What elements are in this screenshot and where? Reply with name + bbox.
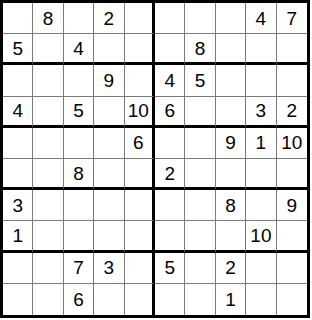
cell-r1c9[interactable]: 4 [246,3,276,34]
cell-r2c2[interactable] [33,34,63,65]
cell-r10c2[interactable] [33,284,63,315]
cell-r2c9[interactable] [246,34,276,65]
cell-r10c1[interactable] [3,284,33,315]
cell-r4c7[interactable] [185,97,215,128]
cell-r10c3[interactable]: 6 [64,284,94,315]
cell-r10c6[interactable] [155,284,185,315]
cell-r8c3[interactable] [64,221,94,252]
cell-r9c7[interactable] [185,253,215,284]
cell-r5c6[interactable] [155,128,185,159]
cell-r4c6[interactable]: 6 [155,97,185,128]
cell-r7c9[interactable] [246,190,276,221]
cell-r3c1[interactable] [3,65,33,96]
cell-r10c4[interactable] [94,284,124,315]
cell-r10c10[interactable] [277,284,307,315]
cell-r8c2[interactable] [33,221,63,252]
cell-r5c10[interactable]: 10 [277,128,307,159]
cell-r2c7[interactable]: 8 [185,34,215,65]
cell-r1c4[interactable]: 2 [94,3,124,34]
cell-r2c3[interactable]: 4 [64,34,94,65]
cell-r9c4[interactable]: 3 [94,253,124,284]
sudoku-board: 824754894545106326911082389110735261 [0,0,310,318]
cell-r3c5[interactable] [125,65,155,96]
cell-r3c9[interactable] [246,65,276,96]
cell-r1c5[interactable] [125,3,155,34]
cell-r7c8[interactable]: 8 [216,190,246,221]
cell-r3c4[interactable]: 9 [94,65,124,96]
cell-r1c10[interactable]: 7 [277,3,307,34]
cell-r3c3[interactable] [64,65,94,96]
cell-r7c3[interactable] [64,190,94,221]
cell-r9c3[interactable]: 7 [64,253,94,284]
sudoku-page: 824754894545106326911082389110735261 [0,0,312,320]
cell-r8c8[interactable] [216,221,246,252]
cell-r6c4[interactable] [94,159,124,190]
cell-r3c6[interactable]: 4 [155,65,185,96]
cell-r8c7[interactable] [185,221,215,252]
cell-r2c4[interactable] [94,34,124,65]
cell-r9c6[interactable]: 5 [155,253,185,284]
cell-r3c8[interactable] [216,65,246,96]
cell-r6c1[interactable] [3,159,33,190]
cell-r10c7[interactable] [185,284,215,315]
cell-r9c8[interactable]: 2 [216,253,246,284]
cell-r6c7[interactable] [185,159,215,190]
cell-r4c10[interactable]: 2 [277,97,307,128]
cell-r8c1[interactable]: 1 [3,221,33,252]
cell-r6c8[interactable] [216,159,246,190]
cell-r8c9[interactable]: 10 [246,221,276,252]
cell-r3c10[interactable] [277,65,307,96]
cell-r7c1[interactable]: 3 [3,190,33,221]
cell-r1c2[interactable]: 8 [33,3,63,34]
cell-r3c2[interactable] [33,65,63,96]
cell-r8c10[interactable] [277,221,307,252]
cell-r4c3[interactable]: 5 [64,97,94,128]
cell-r2c6[interactable] [155,34,185,65]
cell-r5c3[interactable] [64,128,94,159]
cell-r7c7[interactable] [185,190,215,221]
cell-r8c5[interactable] [125,221,155,252]
cell-r4c9[interactable]: 3 [246,97,276,128]
cell-r5c2[interactable] [33,128,63,159]
cell-r10c5[interactable] [125,284,155,315]
cell-r6c5[interactable] [125,159,155,190]
cell-r7c10[interactable]: 9 [277,190,307,221]
cell-r5c5[interactable]: 6 [125,128,155,159]
cell-r1c3[interactable] [64,3,94,34]
cell-r5c7[interactable] [185,128,215,159]
cell-r5c4[interactable] [94,128,124,159]
cell-r1c1[interactable] [3,3,33,34]
cell-r6c3[interactable]: 8 [64,159,94,190]
cell-r4c8[interactable] [216,97,246,128]
cell-r2c1[interactable]: 5 [3,34,33,65]
cell-r6c2[interactable] [33,159,63,190]
cell-r8c4[interactable] [94,221,124,252]
cell-r4c1[interactable]: 4 [3,97,33,128]
cell-r4c2[interactable] [33,97,63,128]
cell-r9c2[interactable] [33,253,63,284]
cell-r6c10[interactable] [277,159,307,190]
cell-r2c10[interactable] [277,34,307,65]
cell-r10c8[interactable]: 1 [216,284,246,315]
cell-r9c10[interactable] [277,253,307,284]
cell-r7c5[interactable] [125,190,155,221]
cell-r3c7[interactable]: 5 [185,65,215,96]
cell-r2c5[interactable] [125,34,155,65]
cell-r7c4[interactable] [94,190,124,221]
cell-r1c6[interactable] [155,3,185,34]
cell-r5c9[interactable]: 1 [246,128,276,159]
cell-r1c7[interactable] [185,3,215,34]
cell-r9c1[interactable] [3,253,33,284]
cell-r4c5[interactable]: 10 [125,97,155,128]
cell-r1c8[interactable] [216,3,246,34]
cell-r10c9[interactable] [246,284,276,315]
cell-r5c8[interactable]: 9 [216,128,246,159]
cell-r6c9[interactable] [246,159,276,190]
cell-r4c4[interactable] [94,97,124,128]
cell-r5c1[interactable] [3,128,33,159]
cell-r7c2[interactable] [33,190,63,221]
cell-r8c6[interactable] [155,221,185,252]
cell-r9c5[interactable] [125,253,155,284]
cell-r9c9[interactable] [246,253,276,284]
cell-r2c8[interactable] [216,34,246,65]
cell-r6c6[interactable]: 2 [155,159,185,190]
cell-r7c6[interactable] [155,190,185,221]
